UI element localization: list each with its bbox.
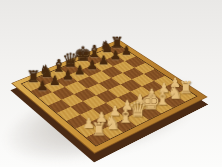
board-grid: ♜♞♝♛♚♝♞♜♟♟♟♟♟♟♟♟♟♟♟♟♟♟♟♟♜♞♝♛♚♝♞♜ bbox=[21, 44, 198, 147]
photo-backdrop: ♜♞♝♛♚♝♞♜♟♟♟♟♟♟♟♟♟♟♟♟♟♟♟♟♜♞♝♛♚♝♞♜ bbox=[0, 0, 222, 167]
board-scene: ♜♞♝♛♚♝♞♜♟♟♟♟♟♟♟♟♟♟♟♟♟♟♟♟♜♞♝♛♚♝♞♜ bbox=[38, 20, 178, 160]
piece-black-rook: ♜ bbox=[105, 36, 129, 51]
